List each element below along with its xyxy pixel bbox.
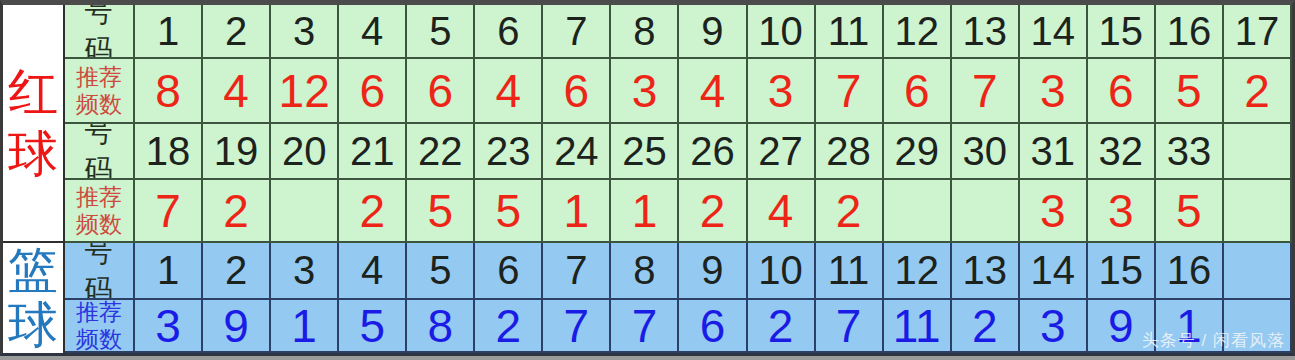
red-number-cell: 2 bbox=[203, 5, 271, 59]
blue-freq-cell: 11 bbox=[884, 300, 952, 353]
red-freq-cell: 2 bbox=[203, 180, 271, 243]
blue-number-cell bbox=[1224, 243, 1292, 300]
blue-number-cell: 15 bbox=[1088, 243, 1156, 300]
red-number-cell: 9 bbox=[679, 5, 747, 59]
red-ball-section-label: 红球 bbox=[3, 5, 65, 243]
red-number-cell: 16 bbox=[1156, 5, 1224, 59]
red-number-cell: 23 bbox=[475, 124, 543, 180]
blue-number-cell: 11 bbox=[816, 243, 884, 300]
blue-freq-cell: 7 bbox=[816, 300, 884, 353]
red-number-cell: 32 bbox=[1088, 124, 1156, 180]
blue-freq-cell: 5 bbox=[339, 300, 407, 353]
blue-number-cell: 5 bbox=[407, 243, 475, 300]
blue-freq-cell: 1 bbox=[271, 300, 339, 353]
red-number-cell: 13 bbox=[952, 5, 1020, 59]
red-freq-cell: 7 bbox=[135, 180, 203, 243]
red-number-cell: 11 bbox=[816, 5, 884, 59]
red-number-cell: 12 bbox=[884, 5, 952, 59]
row-header-frequency: 推荐频数 bbox=[65, 59, 135, 124]
red-number-cell: 31 bbox=[1020, 124, 1088, 180]
blue-freq-cell: 3 bbox=[135, 300, 203, 353]
red-freq-cell: 4 bbox=[203, 59, 271, 124]
blue-freq-cell: 2 bbox=[475, 300, 543, 353]
blue-freq-cell: 2 bbox=[748, 300, 816, 353]
red-freq-cell: 2 bbox=[339, 180, 407, 243]
red-freq-cell: 5 bbox=[407, 180, 475, 243]
red-number-cell: 8 bbox=[611, 5, 679, 59]
red-freq-cell: 5 bbox=[1156, 180, 1224, 243]
red-freq-cell bbox=[271, 180, 339, 243]
red-number-cell: 19 bbox=[203, 124, 271, 180]
red-number-cell: 25 bbox=[611, 124, 679, 180]
blue-number-cell: 16 bbox=[1156, 243, 1224, 300]
blue-freq-cell: 3 bbox=[1020, 300, 1088, 353]
red-number-cell: 6 bbox=[475, 5, 543, 59]
row-header-number: 号码 bbox=[65, 124, 135, 180]
red-number-cell: 28 bbox=[816, 124, 884, 180]
blue-number-cell: 4 bbox=[339, 243, 407, 300]
row-header-number: 号码 bbox=[65, 243, 135, 300]
blue-number-cell: 9 bbox=[679, 243, 747, 300]
blue-freq-cell: 9 bbox=[203, 300, 271, 353]
row-header-number: 号码 bbox=[65, 5, 135, 59]
red-number-cell: 5 bbox=[407, 5, 475, 59]
red-number-cell: 22 bbox=[407, 124, 475, 180]
red-freq-cell bbox=[952, 180, 1020, 243]
blue-freq-cell: 7 bbox=[543, 300, 611, 353]
red-freq-cell: 5 bbox=[1156, 59, 1224, 124]
blue-number-cell: 14 bbox=[1020, 243, 1088, 300]
red-freq-cell: 1 bbox=[611, 180, 679, 243]
red-number-cell: 33 bbox=[1156, 124, 1224, 180]
lottery-frequency-table: 红球 篮球 号码1234567891011121314151617推荐频数841… bbox=[0, 0, 1295, 360]
blue-freq-cell: 1 bbox=[1156, 300, 1224, 353]
row-header-frequency: 推荐频数 bbox=[65, 300, 135, 353]
red-freq-cell: 12 bbox=[271, 59, 339, 124]
blue-freq-cell: 9 bbox=[1088, 300, 1156, 353]
red-number-cell: 3 bbox=[271, 5, 339, 59]
blue-number-cell: 10 bbox=[748, 243, 816, 300]
blue-freq-cell: 8 bbox=[407, 300, 475, 353]
red-freq-cell: 6 bbox=[543, 59, 611, 124]
red-freq-cell: 1 bbox=[543, 180, 611, 243]
red-number-cell: 29 bbox=[884, 124, 952, 180]
blue-number-cell: 13 bbox=[952, 243, 1020, 300]
red-freq-cell: 8 bbox=[135, 59, 203, 124]
red-number-cell: 10 bbox=[748, 5, 816, 59]
red-freq-cell: 7 bbox=[816, 59, 884, 124]
red-freq-cell: 4 bbox=[748, 180, 816, 243]
frequency-grid: 红球 篮球 号码1234567891011121314151617推荐频数841… bbox=[0, 0, 1295, 356]
blue-number-cell: 3 bbox=[271, 243, 339, 300]
red-freq-cell: 6 bbox=[884, 59, 952, 124]
blue-number-cell: 7 bbox=[543, 243, 611, 300]
red-freq-cell: 6 bbox=[407, 59, 475, 124]
red-freq-cell: 2 bbox=[816, 180, 884, 243]
red-number-cell: 7 bbox=[543, 5, 611, 59]
red-number-cell: 17 bbox=[1224, 5, 1292, 59]
red-number-cell: 24 bbox=[543, 124, 611, 180]
red-freq-cell: 2 bbox=[679, 180, 747, 243]
blue-number-cell: 6 bbox=[475, 243, 543, 300]
blue-ball-section-label: 篮球 bbox=[3, 243, 65, 353]
red-number-cell: 20 bbox=[271, 124, 339, 180]
red-number-cell: 18 bbox=[135, 124, 203, 180]
red-number-cell: 14 bbox=[1020, 5, 1088, 59]
red-freq-cell: 4 bbox=[679, 59, 747, 124]
red-number-cell: 27 bbox=[748, 124, 816, 180]
red-number-cell: 1 bbox=[135, 5, 203, 59]
red-freq-cell: 3 bbox=[748, 59, 816, 124]
red-number-cell: 15 bbox=[1088, 5, 1156, 59]
red-freq-cell: 3 bbox=[1020, 180, 1088, 243]
red-freq-cell: 7 bbox=[952, 59, 1020, 124]
blue-number-cell: 1 bbox=[135, 243, 203, 300]
blue-freq-cell: 6 bbox=[679, 300, 747, 353]
red-freq-cell: 4 bbox=[475, 59, 543, 124]
blue-number-cell: 8 bbox=[611, 243, 679, 300]
red-freq-cell bbox=[884, 180, 952, 243]
red-number-cell bbox=[1224, 124, 1292, 180]
red-freq-cell: 6 bbox=[339, 59, 407, 124]
row-header-frequency: 推荐频数 bbox=[65, 180, 135, 243]
red-number-cell: 21 bbox=[339, 124, 407, 180]
red-freq-cell: 5 bbox=[475, 180, 543, 243]
red-freq-cell: 3 bbox=[1020, 59, 1088, 124]
red-number-cell: 30 bbox=[952, 124, 1020, 180]
red-freq-cell: 3 bbox=[611, 59, 679, 124]
red-freq-cell bbox=[1224, 180, 1292, 243]
red-freq-cell: 6 bbox=[1088, 59, 1156, 124]
blue-number-cell: 12 bbox=[884, 243, 952, 300]
red-number-cell: 4 bbox=[339, 5, 407, 59]
blue-freq-cell bbox=[1224, 300, 1292, 353]
blue-number-cell: 2 bbox=[203, 243, 271, 300]
red-freq-cell: 2 bbox=[1224, 59, 1292, 124]
red-number-cell: 26 bbox=[679, 124, 747, 180]
blue-freq-cell: 7 bbox=[611, 300, 679, 353]
blue-freq-cell: 2 bbox=[952, 300, 1020, 353]
red-freq-cell: 3 bbox=[1088, 180, 1156, 243]
